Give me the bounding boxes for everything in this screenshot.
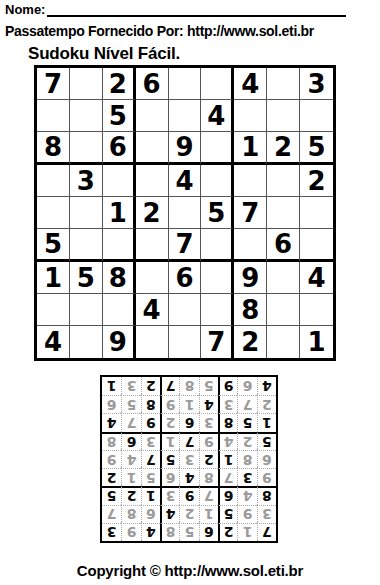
sudoku-cell-empty[interactable] bbox=[136, 165, 169, 197]
sudoku-puzzle-grid: 726435486912534212575761586944849721 bbox=[34, 65, 336, 361]
solution-cell-given: 1 bbox=[141, 486, 160, 504]
solution-cell-given: 4 bbox=[160, 505, 179, 523]
sudoku-cell-empty[interactable] bbox=[169, 68, 202, 100]
solution-cell-solved: 5 bbox=[199, 377, 218, 395]
sudoku-cell-given: 1 bbox=[300, 326, 333, 358]
sudoku-cell-empty[interactable] bbox=[267, 197, 300, 229]
sudoku-cell-empty[interactable] bbox=[70, 326, 103, 358]
solution-cell-given: 1 bbox=[257, 413, 276, 431]
sudoku-cell-empty[interactable] bbox=[234, 229, 267, 262]
sudoku-cell-empty[interactable] bbox=[201, 132, 234, 165]
solution-cell-solved: 5 bbox=[179, 523, 198, 541]
provided-by-text: Passatempo Fornecido Por: http://www.sol… bbox=[5, 23, 314, 39]
sudoku-cell-empty[interactable] bbox=[201, 262, 234, 294]
solution-cell-given: 6 bbox=[179, 413, 198, 431]
sudoku-cell-given: 5 bbox=[37, 229, 70, 262]
sudoku-cell-empty[interactable] bbox=[37, 197, 70, 229]
sudoku-cell-empty[interactable] bbox=[169, 294, 202, 326]
sudoku-cell-given: 1 bbox=[103, 197, 136, 229]
sudoku-cell-empty[interactable] bbox=[169, 100, 202, 132]
sudoku-cell-given: 4 bbox=[234, 68, 267, 100]
page-title: Sudoku Nível Fácil. bbox=[28, 44, 180, 64]
sudoku-cell-empty[interactable] bbox=[234, 165, 267, 197]
solution-cell-solved: 3 bbox=[257, 505, 276, 523]
solution-cell-solved: 1 bbox=[179, 395, 198, 413]
sudoku-cell-given: 2 bbox=[300, 165, 333, 197]
solution-cell-solved: 4 bbox=[237, 486, 256, 504]
sudoku-cell-empty[interactable] bbox=[267, 68, 300, 100]
sudoku-cell-empty[interactable] bbox=[136, 229, 169, 262]
solution-cell-solved: 3 bbox=[121, 377, 140, 395]
solution-cell-given: 5 bbox=[160, 450, 179, 468]
sudoku-cell-empty[interactable] bbox=[70, 294, 103, 326]
sudoku-cell-given: 4 bbox=[300, 262, 333, 294]
solution-cell-solved: 9 bbox=[257, 468, 276, 486]
solution-cell-given: 6 bbox=[121, 432, 140, 450]
solution-cell-solved: 3 bbox=[179, 450, 198, 468]
sudoku-cell-given: 7 bbox=[201, 326, 234, 358]
solution-cell-solved: 1 bbox=[121, 468, 140, 486]
sudoku-cell-empty[interactable] bbox=[70, 68, 103, 100]
solution-cell-solved: 3 bbox=[199, 413, 218, 431]
sudoku-cell-empty[interactable] bbox=[37, 294, 70, 326]
solution-cell-given: 8 bbox=[218, 413, 237, 431]
solution-cell-given: 2 bbox=[141, 377, 160, 395]
solution-cell-solved: 6 bbox=[237, 377, 256, 395]
solution-cell-given: 9 bbox=[218, 377, 237, 395]
sudoku-cell-empty[interactable] bbox=[136, 326, 169, 358]
sudoku-cell-given: 2 bbox=[234, 326, 267, 358]
sudoku-cell-given: 2 bbox=[136, 197, 169, 229]
sudoku-cell-given: 4 bbox=[169, 165, 202, 197]
solution-cell-given: 6 bbox=[199, 523, 218, 541]
sudoku-cell-given: 4 bbox=[37, 326, 70, 358]
sudoku-cell-empty[interactable] bbox=[136, 132, 169, 165]
sudoku-cell-given: 6 bbox=[169, 262, 202, 294]
sudoku-cell-empty[interactable] bbox=[267, 165, 300, 197]
solution-cell-solved: 4 bbox=[218, 432, 237, 450]
sudoku-cell-empty[interactable] bbox=[70, 229, 103, 262]
sudoku-cell-empty[interactable] bbox=[70, 197, 103, 229]
sudoku-cell-empty[interactable] bbox=[103, 165, 136, 197]
solution-cell-given: 5 bbox=[237, 413, 256, 431]
sudoku-cell-given: 1 bbox=[37, 262, 70, 294]
solution-cell-given: 7 bbox=[179, 432, 198, 450]
solution-cell-given: 9 bbox=[179, 486, 198, 504]
sudoku-cell-empty[interactable] bbox=[267, 326, 300, 358]
solution-cell-solved: 9 bbox=[102, 450, 121, 468]
solution-cell-given: 7 bbox=[257, 523, 276, 541]
solution-cell-solved: 9 bbox=[237, 505, 256, 523]
solution-cell-solved: 8 bbox=[179, 377, 198, 395]
sudoku-cell-given: 5 bbox=[300, 132, 333, 165]
sudoku-cell-given: 7 bbox=[234, 197, 267, 229]
solution-cell-given: 5 bbox=[257, 432, 276, 450]
solution-cell-given: 7 bbox=[141, 450, 160, 468]
sudoku-cell-given: 9 bbox=[169, 132, 202, 165]
name-blank-line bbox=[47, 2, 346, 17]
sudoku-cell-empty[interactable] bbox=[136, 262, 169, 294]
solution-cell-given: 2 bbox=[199, 450, 218, 468]
sudoku-cell-empty[interactable] bbox=[300, 229, 333, 262]
solution-cell-solved: 8 bbox=[121, 505, 140, 523]
sudoku-cell-given: 1 bbox=[234, 132, 267, 165]
sudoku-cell-given: 8 bbox=[103, 262, 136, 294]
sudoku-cell-empty[interactable] bbox=[267, 294, 300, 326]
solution-cell-solved: 5 bbox=[141, 468, 160, 486]
solution-cell-given: 1 bbox=[218, 450, 237, 468]
solution-cell-solved: 6 bbox=[102, 395, 121, 413]
solution-cell-solved: 6 bbox=[257, 450, 276, 468]
sudoku-cell-empty[interactable] bbox=[136, 100, 169, 132]
sudoku-cell-empty[interactable] bbox=[201, 294, 234, 326]
solution-cell-given: 4 bbox=[102, 413, 121, 431]
sudoku-cell-empty[interactable] bbox=[201, 229, 234, 262]
solution-cell-solved: 7 bbox=[218, 468, 237, 486]
sudoku-cell-empty[interactable] bbox=[70, 132, 103, 165]
solution-cell-solved: 7 bbox=[102, 505, 121, 523]
solution-cell-solved: 6 bbox=[141, 505, 160, 523]
sudoku-cell-given: 7 bbox=[169, 229, 202, 262]
solution-cell-solved: 7 bbox=[199, 486, 218, 504]
sudoku-cell-empty[interactable] bbox=[201, 165, 234, 197]
solution-cell-solved: 8 bbox=[199, 468, 218, 486]
solution-cell-solved: 9 bbox=[199, 432, 218, 450]
solution-cell-given: 2 bbox=[102, 468, 121, 486]
sudoku-cell-empty[interactable] bbox=[300, 197, 333, 229]
solution-cell-solved: 3 bbox=[160, 486, 179, 504]
solution-cell-solved: 2 bbox=[257, 395, 276, 413]
solution-cell-given: 4 bbox=[141, 523, 160, 541]
sudoku-cell-given: 6 bbox=[267, 229, 300, 262]
sudoku-cell-given: 3 bbox=[300, 68, 333, 100]
solution-cell-solved: 7 bbox=[237, 395, 256, 413]
sudoku-solution-grid-rotated: 7126584933951246878467931259378465126812… bbox=[100, 375, 278, 543]
name-row: Nome: bbox=[5, 2, 346, 17]
sudoku-cell-given: 8 bbox=[234, 294, 267, 326]
solution-cell-solved: 3 bbox=[218, 395, 237, 413]
solution-cell-solved: 8 bbox=[102, 432, 121, 450]
sudoku-cell-given: 9 bbox=[234, 262, 267, 294]
solution-cell-given: 2 bbox=[121, 486, 140, 504]
solution-cell-solved: 2 bbox=[237, 432, 256, 450]
sudoku-cell-empty[interactable] bbox=[169, 326, 202, 358]
solution-cell-given: 4 bbox=[199, 395, 218, 413]
solution-cell-given: 4 bbox=[257, 377, 276, 395]
sudoku-cell-empty[interactable] bbox=[70, 100, 103, 132]
sudoku-cell-empty[interactable] bbox=[103, 294, 136, 326]
solution-cell-solved: 1 bbox=[237, 523, 256, 541]
sudoku-cell-given: 3 bbox=[70, 165, 103, 197]
sudoku-cell-given: 6 bbox=[136, 68, 169, 100]
solution-cell-solved: 3 bbox=[141, 432, 160, 450]
sudoku-cell-empty[interactable] bbox=[103, 229, 136, 262]
sudoku-cell-given: 9 bbox=[103, 326, 136, 358]
solution-cell-solved: 4 bbox=[121, 450, 140, 468]
sudoku-cell-given: 6 bbox=[103, 132, 136, 165]
sudoku-cell-given: 5 bbox=[70, 262, 103, 294]
solution-cell-solved: 1 bbox=[160, 432, 179, 450]
solution-cell-given: 8 bbox=[141, 395, 160, 413]
solution-cell-given: 6 bbox=[218, 486, 237, 504]
solution-cell-solved: 5 bbox=[121, 395, 140, 413]
solution-cell-given: 8 bbox=[257, 486, 276, 504]
solution-cell-solved: 6 bbox=[160, 468, 179, 486]
solution-cell-given: 4 bbox=[179, 468, 198, 486]
solution-cell-solved: 1 bbox=[199, 505, 218, 523]
solution-cell-given: 2 bbox=[218, 523, 237, 541]
sudoku-cell-given: 2 bbox=[103, 68, 136, 100]
sudoku-cell-empty[interactable] bbox=[267, 100, 300, 132]
solution-cell-given: 3 bbox=[102, 523, 121, 541]
sudoku-cell-empty[interactable] bbox=[201, 68, 234, 100]
solution-cell-given: 7 bbox=[160, 377, 179, 395]
solution-cell-given: 1 bbox=[102, 377, 121, 395]
solution-cell-given: 9 bbox=[141, 413, 160, 431]
solution-cell-solved: 2 bbox=[179, 505, 198, 523]
printable-sudoku-page: Nome: Passatempo Fornecido Por: http://w… bbox=[0, 0, 380, 585]
sudoku-cell-given: 4 bbox=[201, 100, 234, 132]
sudoku-cell-empty[interactable] bbox=[300, 100, 333, 132]
sudoku-cell-empty[interactable] bbox=[37, 100, 70, 132]
sudoku-cell-given: 2 bbox=[267, 132, 300, 165]
name-label: Nome: bbox=[5, 2, 45, 17]
solution-cell-given: 3 bbox=[237, 468, 256, 486]
solution-cell-solved: 8 bbox=[237, 450, 256, 468]
sudoku-cell-empty[interactable] bbox=[234, 100, 267, 132]
solution-cell-solved: 8 bbox=[160, 523, 179, 541]
sudoku-cell-empty[interactable] bbox=[267, 262, 300, 294]
sudoku-cell-given: 5 bbox=[103, 100, 136, 132]
sudoku-cell-empty[interactable] bbox=[37, 165, 70, 197]
sudoku-cell-empty[interactable] bbox=[169, 197, 202, 229]
solution-cell-solved: 9 bbox=[121, 523, 140, 541]
copyright-text: Copyright © http://www.sol.eti.br bbox=[0, 562, 380, 579]
sudoku-cell-given: 4 bbox=[136, 294, 169, 326]
sudoku-cell-given: 8 bbox=[37, 132, 70, 165]
sudoku-cell-empty[interactable] bbox=[300, 294, 333, 326]
solution-cell-solved: 9 bbox=[160, 395, 179, 413]
solution-cell-solved: 7 bbox=[121, 413, 140, 431]
solution-cell-given: 5 bbox=[102, 486, 121, 504]
sudoku-cell-given: 7 bbox=[37, 68, 70, 100]
solution-cell-given: 5 bbox=[218, 505, 237, 523]
sudoku-cell-given: 5 bbox=[201, 197, 234, 229]
solution-cell-solved: 2 bbox=[160, 413, 179, 431]
